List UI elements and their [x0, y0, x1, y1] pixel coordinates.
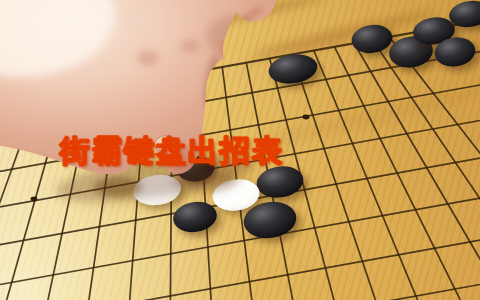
knuckle-dimple	[137, 50, 159, 66]
watermark-text: 街霸键盘出招表	[60, 136, 284, 166]
go-board-photo: 街霸键盘出招表	[0, 0, 480, 300]
knuckle-shading	[206, 16, 258, 56]
knuckle-dimple	[180, 39, 200, 53]
